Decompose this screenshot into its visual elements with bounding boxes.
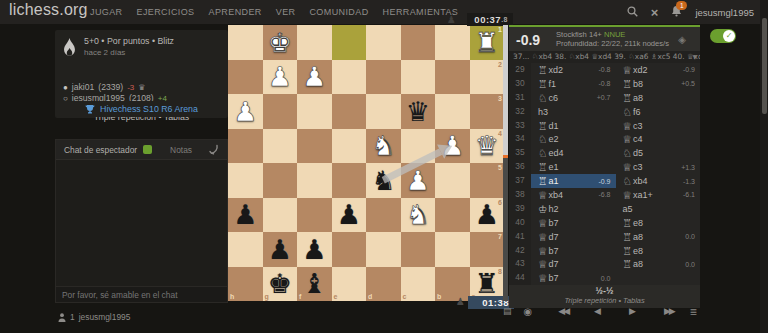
- square-e2[interactable]: [332, 60, 367, 95]
- bottom-clock-piece-icon: ♟: [456, 297, 465, 307]
- move-37-white[interactable]: ♖a1-0.9: [531, 174, 616, 188]
- piece-glyph: ♖: [623, 92, 632, 104]
- square-e7[interactable]: [332, 232, 367, 267]
- move-row-32: 32h3♘f6: [509, 105, 700, 119]
- square-g8[interactable]: g♚: [263, 267, 298, 302]
- chat-toggle-switch[interactable]: [143, 145, 152, 154]
- square-c3[interactable]: ♛: [401, 94, 436, 129]
- analysis-panel: -0.9 Stockfish 14+ NNUE Profundidad: 22/…: [509, 25, 700, 308]
- piece-glyph: ♕: [623, 161, 632, 173]
- move-eval: +1.3: [681, 164, 695, 171]
- piece-black-pawn-h6[interactable]: ♟: [233, 201, 257, 228]
- move-number: 38: [509, 188, 531, 202]
- move-41-white[interactable]: ♕d7: [531, 230, 616, 244]
- square-f5[interactable]: [297, 163, 332, 198]
- eval-gauge: [503, 25, 508, 301]
- piece-glyph: ♖: [538, 161, 547, 173]
- move-40-white[interactable]: ♕b7: [531, 216, 616, 230]
- move-32-black[interactable]: ♘f6: [616, 105, 701, 119]
- move-empty: [616, 271, 701, 285]
- piece-glyph: ♖: [623, 78, 632, 90]
- pv-moves[interactable]: 37... ♘xb4 38. ♘xb4 ♕xd4 39. ♘xa6 ♗xc5 4…: [513, 52, 700, 61]
- move-row-30: 30♖f1-0.8♖b8+0.5: [509, 77, 700, 91]
- coord-rank-6: 6: [498, 199, 502, 206]
- piece-glyph: ♕: [538, 217, 547, 229]
- move-row-44: 44♕b70.0: [509, 271, 700, 285]
- game-meta: 5+0 • Por puntos • Blitz hace 2 días: [63, 36, 174, 58]
- square-d7[interactable]: [366, 232, 401, 267]
- piece-glyph: ♘: [623, 175, 632, 187]
- move-text: e8: [633, 246, 643, 256]
- square-c8[interactable]: c: [401, 267, 436, 302]
- result-score: ½-½: [509, 287, 700, 296]
- move-text: b7: [548, 273, 558, 283]
- move-row-35: 35♘ed4♘d5: [509, 146, 700, 160]
- square-c1[interactable]: [401, 25, 436, 60]
- gear-icon[interactable]: ◉: [524, 307, 533, 317]
- move-38-white[interactable]: ♕xb4-6.8: [531, 188, 616, 202]
- square-h6[interactable]: ♟: [228, 198, 263, 233]
- square-g4[interactable]: [263, 129, 298, 164]
- spectator-name[interactable]: jesusmgl1995: [79, 312, 131, 322]
- square-f2[interactable]: ♟: [297, 60, 332, 95]
- nav-item-ejercicios[interactable]: EJERCICIOS: [137, 7, 195, 17]
- piece-black-queen-c3[interactable]: ♛: [406, 98, 430, 125]
- coord-file-d: d: [368, 293, 372, 300]
- move-29-black[interactable]: ♕xd2-0.9: [616, 63, 701, 77]
- blitz-flame-icon: [63, 38, 76, 58]
- move-text: d1: [548, 121, 558, 131]
- square-c2[interactable]: [401, 60, 436, 95]
- eval-gauge-midpoint: [503, 155, 508, 158]
- piece-white-pawn-g2[interactable]: ♟: [268, 63, 292, 90]
- move-text: xd2: [548, 65, 563, 75]
- piece-black-rook-a8[interactable]: ♜: [475, 270, 499, 297]
- square-g6[interactable]: [263, 198, 298, 233]
- square-d1[interactable]: [366, 25, 401, 60]
- piece-glyph: ♖: [623, 245, 632, 257]
- move-44-white[interactable]: ♕b70.0: [531, 271, 616, 285]
- notifications-bell-icon[interactable]: 1: [671, 5, 682, 19]
- move-number: 44: [509, 271, 531, 285]
- person-icon: [58, 313, 66, 322]
- spectator-list: 1 jesusmgl1995: [58, 312, 130, 322]
- page-scrollbar-thumb[interactable]: [762, 18, 767, 114]
- move-eval: -6.8: [598, 191, 610, 198]
- move-34-black[interactable]: ♕c4: [616, 132, 701, 146]
- move-text: a8: [633, 93, 643, 103]
- prev-move-icon[interactable]: ◀: [594, 307, 601, 316]
- piece-glyph: ♕: [623, 133, 632, 145]
- piece-glyph: ♔: [538, 203, 547, 215]
- coord-file-e: e: [334, 293, 338, 300]
- square-b1[interactable]: [435, 25, 470, 60]
- engine-header: -0.9 Stockfish 14+ NNUE Profundidad: 22/…: [509, 25, 700, 51]
- piece-white-pawn-f2[interactable]: ♟: [302, 63, 326, 90]
- move-text: c3: [633, 162, 643, 172]
- move-35-black[interactable]: ♘d5: [616, 146, 701, 160]
- piece-white-pawn-b4[interactable]: ♟: [440, 132, 464, 159]
- move-eval: +0.7: [597, 94, 611, 101]
- square-f1[interactable]: [297, 25, 332, 60]
- move-31-white[interactable]: ♘c6+0.7: [531, 91, 616, 105]
- coord-rank-8: 8: [498, 268, 502, 275]
- piece-black-king-g8[interactable]: ♚: [268, 270, 292, 297]
- player-white-rating: (2339): [98, 82, 123, 92]
- move-37-black[interactable]: ♘xb4-1.3: [616, 174, 701, 188]
- piece-white-knight-c6[interactable]: ♞: [406, 201, 430, 228]
- white-disc-icon: ●: [63, 83, 68, 92]
- piece-black-bishop-f8[interactable]: ♝: [302, 270, 326, 297]
- coord-rank-4: 4: [498, 130, 502, 137]
- tab-notes[interactable]: Notas: [170, 145, 192, 155]
- piece-glyph: ♕: [623, 189, 632, 201]
- square-e1[interactable]: [332, 25, 367, 60]
- move-29-white[interactable]: ♖xd2-0.8: [531, 63, 616, 77]
- nav-item-jugar[interactable]: JUGAR: [90, 7, 123, 17]
- engine-depth: Profundidad: 22/22, 211k nodes/s: [556, 39, 669, 48]
- move-row-29: 29♖xd2-0.8♕xd2-0.9: [509, 63, 700, 77]
- move-text: b7: [548, 246, 558, 256]
- move-39-black[interactable]: a5: [616, 202, 701, 216]
- nav-item-comunidad[interactable]: COMUNIDAD: [309, 7, 368, 17]
- nav-item-ver[interactable]: VER: [276, 7, 296, 17]
- move-43-black[interactable]: ♖a80.0: [616, 257, 701, 271]
- move-38-black[interactable]: ♕xa1+-6.1: [616, 188, 701, 202]
- move-eval: 0.0: [685, 261, 695, 268]
- move-eval: -6.1: [683, 191, 695, 198]
- chess-board: ♚1♜♟♟2♟♛3♞♟4♛♞♟5♟♟♞6♟♟♟7hg♚f♝edcba8♜: [228, 25, 504, 301]
- piece-black-knight-d5[interactable]: ♞: [371, 167, 395, 194]
- move-text: b7: [548, 218, 558, 228]
- square-b5[interactable]: [435, 163, 470, 198]
- tournament-link[interactable]: Hivechess S10 R6 Arena: [55, 101, 228, 117]
- move-43-white[interactable]: ♕d7: [531, 257, 616, 271]
- engine-eval: -0.9: [516, 32, 540, 48]
- piece-white-rook-a1[interactable]: ♜: [475, 29, 499, 56]
- square-e6[interactable]: ♟: [332, 198, 367, 233]
- page-scrollbar-track: [760, 0, 768, 333]
- coord-rank-7: 7: [498, 233, 502, 240]
- square-g2[interactable]: ♟: [263, 60, 298, 95]
- move-text: d7: [548, 259, 558, 269]
- move-33-white[interactable]: ♖d1: [531, 119, 616, 133]
- move-row-43: 43♕d7♖a80.0: [509, 257, 700, 271]
- engine-settings-icon[interactable]: ◈: [678, 34, 686, 45]
- square-e3[interactable]: [332, 94, 367, 129]
- move-text: c6: [548, 93, 558, 103]
- pv-expand-icon[interactable]: ▼: [692, 51, 697, 63]
- spectator-count: 1: [70, 312, 75, 322]
- move-eval: +0.5: [681, 80, 695, 87]
- square-c7[interactable]: [401, 232, 436, 267]
- chat-sound-icon[interactable]: [208, 144, 219, 157]
- move-text: ed4: [548, 148, 563, 158]
- engine-name: Stockfish 14+: [556, 30, 604, 39]
- game-controls-bar: ▤◉◀◀◀▶▶▶≡: [503, 303, 700, 320]
- engine-toggle[interactable]: ✓: [710, 29, 736, 43]
- move-text: xd2: [633, 65, 648, 75]
- move-31-black[interactable]: ♖a8: [616, 91, 701, 105]
- move-text: xa1+: [633, 190, 653, 200]
- coord-rank-5: 5: [498, 164, 502, 171]
- player-white-rating-delta: -3: [127, 83, 134, 92]
- square-f7[interactable]: ♟: [297, 232, 332, 267]
- square-e4[interactable]: [332, 129, 367, 164]
- move-number: 30: [509, 77, 531, 91]
- piece-white-king-g1[interactable]: ♚: [268, 29, 292, 56]
- move-eval: 0.0: [601, 275, 611, 282]
- move-text: h2: [548, 204, 558, 214]
- move-eval: 0.0: [685, 233, 695, 240]
- trophy-crown-icon: ♛: [138, 83, 145, 92]
- piece-glyph: ♘: [538, 92, 547, 104]
- move-row-40: 40♕b7♖e8: [509, 216, 700, 230]
- engine-pv-line[interactable]: 37... ♘xb4 38. ♘xb4 ♕xd4 39. ♘xa6 ♗xc5 4…: [509, 51, 700, 63]
- square-d6[interactable]: [366, 198, 401, 233]
- top-nav-bar: lichess.org JUGAREJERCICIOSAPRENDERVERCO…: [0, 0, 768, 24]
- piece-glyph: ♘: [623, 106, 632, 118]
- piece-glyph: ♖: [623, 217, 632, 229]
- square-h8[interactable]: h: [228, 267, 263, 302]
- piece-white-queen-a4[interactable]: ♛: [475, 132, 499, 159]
- chat-input[interactable]: [56, 286, 227, 302]
- time-control: 5+0 • Por puntos • Blitz: [84, 36, 174, 46]
- move-34-white[interactable]: ♘e2: [531, 132, 616, 146]
- move-number: 29: [509, 63, 531, 77]
- menu-icon[interactable]: ≡: [690, 306, 697, 318]
- move-36-black[interactable]: ♕c3+1.3: [616, 160, 701, 174]
- engine-toggle-knob: ✓: [723, 30, 735, 42]
- piece-black-pawn-a6[interactable]: ♟: [475, 201, 499, 228]
- white-clock-time: 00:37: [474, 14, 501, 25]
- square-a5[interactable]: 5: [470, 163, 505, 198]
- chess-board-wrap: ♚1♜♟♟2♟♛3♞♟4♛♞♟5♟♟♞6♟♟♟7hg♚f♝edcba8♜: [228, 25, 504, 301]
- engine-nnue-label: NNUE: [604, 30, 626, 39]
- move-row-38: 38♕xb4-6.8♕xa1+-6.1: [509, 188, 700, 202]
- square-f4[interactable]: [297, 129, 332, 164]
- coord-file-h: h: [230, 293, 234, 300]
- piece-glyph: ♖: [538, 64, 547, 76]
- move-text: a5: [623, 204, 633, 214]
- square-a3[interactable]: 3: [470, 94, 505, 129]
- square-d8[interactable]: d: [366, 267, 401, 302]
- square-b4[interactable]: ♟: [435, 129, 470, 164]
- piece-glyph: ♖: [623, 258, 632, 270]
- square-d3[interactable]: [366, 94, 401, 129]
- move-row-39: 39♔h2a5: [509, 202, 700, 216]
- piece-white-pawn-c5[interactable]: ♟: [406, 167, 430, 194]
- move-text: d5: [633, 148, 643, 158]
- move-text: a8: [633, 259, 643, 269]
- square-h3[interactable]: ♟: [228, 94, 263, 129]
- move-42-black[interactable]: ♖e8: [616, 244, 701, 258]
- main-nav: JUGAREJERCICIOSAPRENDERVERCOMUNIDADHERRA…: [90, 0, 458, 24]
- move-number: 35: [509, 146, 531, 160]
- square-g1[interactable]: ♚: [263, 25, 298, 60]
- piece-glyph: ♘: [538, 133, 547, 145]
- square-d4[interactable]: ♞: [366, 129, 401, 164]
- coord-rank-1: 1: [498, 26, 502, 33]
- square-a6[interactable]: 6♟: [470, 198, 505, 233]
- analysis-book-icon[interactable]: ▤: [503, 307, 512, 316]
- square-b6[interactable]: [435, 198, 470, 233]
- engine-info: Stockfish 14+ NNUE Profundidad: 22/22, 2…: [556, 30, 669, 49]
- piece-black-pawn-e6[interactable]: ♟: [337, 201, 361, 228]
- move-text: c3: [633, 121, 643, 131]
- white-clock-tenths: .8: [501, 16, 508, 23]
- move-39-white[interactable]: ♔h2: [531, 202, 616, 216]
- piece-black-pawn-f7[interactable]: ♟: [302, 236, 326, 263]
- search-icon[interactable]: [627, 6, 638, 19]
- move-number: 43: [509, 257, 531, 271]
- challenges-icon[interactable]: ×: [651, 6, 659, 19]
- piece-glyph: ♖: [538, 78, 547, 90]
- square-e8[interactable]: e: [332, 267, 367, 302]
- move-33-black[interactable]: ♕c3: [616, 119, 701, 133]
- move-text: e8: [633, 218, 643, 228]
- piece-glyph: ♖: [538, 175, 547, 187]
- piece-glyph: ♕: [623, 64, 632, 76]
- move-number: 42: [509, 244, 531, 258]
- piece-glyph: ♕: [538, 245, 547, 257]
- move-row-33: 33♖d1♕c3: [509, 119, 700, 133]
- coord-file-b: b: [437, 293, 441, 300]
- move-eval: -0.9: [598, 178, 610, 185]
- user-menu[interactable]: jesusmgl1995: [695, 7, 754, 18]
- move-row-37: 37♖a1-0.9♘xb4-1.3: [509, 174, 700, 188]
- coord-file-c: c: [403, 293, 407, 300]
- header-right: × 1 jesusmgl1995: [627, 0, 754, 24]
- move-text: e2: [548, 134, 558, 144]
- move-row-42: 42♕b7♖e8: [509, 244, 700, 258]
- move-row-31: 31♘c6+0.7♖a8: [509, 91, 700, 105]
- square-c6[interactable]: ♞: [401, 198, 436, 233]
- move-eval: -0.8: [598, 80, 610, 87]
- move-eval: -0.9: [683, 66, 695, 73]
- lichess-app: lichess.org JUGAREJERCICIOSAPRENDERVERCO…: [0, 0, 768, 333]
- square-a2[interactable]: 2: [470, 60, 505, 95]
- move-text: xb4: [633, 176, 648, 186]
- notification-badge: 1: [676, 1, 687, 10]
- piece-white-knight-d4[interactable]: ♞: [371, 132, 395, 159]
- move-41-black[interactable]: ♖a80.0: [616, 230, 701, 244]
- move-text: a1: [548, 176, 558, 186]
- coord-file-f: f: [299, 293, 301, 300]
- move-30-white[interactable]: ♖f1-0.8: [531, 77, 616, 91]
- move-text: f1: [548, 79, 556, 89]
- move-row-41: 41♕d7♖a80.0: [509, 230, 700, 244]
- move-36-white[interactable]: ♖e1: [531, 160, 616, 174]
- next-move-icon[interactable]: ▶: [629, 307, 636, 316]
- piece-glyph: ♘: [623, 147, 632, 159]
- square-c4[interactable]: [401, 129, 436, 164]
- piece-black-pawn-g7[interactable]: ♟: [268, 236, 292, 263]
- move-text: f6: [633, 107, 641, 117]
- tournament-name: Hivechess S10 R6 Arena: [100, 104, 198, 114]
- move-number: 31: [509, 91, 531, 105]
- square-h4[interactable]: [228, 129, 263, 164]
- square-f6[interactable]: [297, 198, 332, 233]
- move-eval: -0.8: [598, 66, 610, 73]
- piece-glyph: ♖: [538, 120, 547, 132]
- tab-spectator-chat[interactable]: Chat de espectador: [64, 145, 137, 155]
- move-number: 41: [509, 230, 531, 244]
- square-d5[interactable]: ♞: [366, 163, 401, 198]
- square-d2[interactable]: [366, 60, 401, 95]
- first-move-icon[interactable]: ◀◀: [558, 307, 568, 316]
- square-h1[interactable]: [228, 25, 263, 60]
- piece-glyph: ♕: [538, 231, 547, 243]
- square-f3[interactable]: [297, 94, 332, 129]
- coord-rank-2: 2: [498, 61, 502, 68]
- player-white-row[interactable]: ● jaki01 (2339) -3 ♛: [63, 82, 145, 92]
- eval-gauge-white: [503, 25, 508, 155]
- square-g7[interactable]: ♟: [263, 232, 298, 267]
- piece-glyph: ♕: [538, 272, 547, 284]
- piece-white-pawn-h3[interactable]: ♟: [233, 98, 257, 125]
- move-42-white[interactable]: ♕b7: [531, 244, 616, 258]
- move-number: 37: [509, 174, 531, 188]
- square-a1[interactable]: 1♜: [470, 25, 505, 60]
- coord-rank-3: 3: [498, 95, 502, 102]
- piece-glyph: ♖: [623, 231, 632, 243]
- move-text: xb4: [548, 190, 563, 200]
- coord-file-g: g: [265, 293, 269, 300]
- square-b7[interactable]: [435, 232, 470, 267]
- chat-tabs: Chat de espectador Notas: [56, 140, 227, 160]
- move-text: c4: [633, 134, 643, 144]
- move-number: 40: [509, 216, 531, 230]
- square-c5[interactable]: ♟: [401, 163, 436, 198]
- piece-glyph: ♕: [538, 258, 547, 270]
- square-g3[interactable]: [263, 94, 298, 129]
- move-35-white[interactable]: ♘ed4: [531, 146, 616, 160]
- square-b2[interactable]: [435, 60, 470, 95]
- last-move-icon[interactable]: ▶▶: [664, 307, 674, 316]
- move-40-black[interactable]: ♖e8: [616, 216, 701, 230]
- square-g5[interactable]: [263, 163, 298, 198]
- move-text: a8: [633, 232, 643, 242]
- move-32-white[interactable]: h3: [531, 105, 616, 119]
- move-text: h3: [538, 107, 548, 117]
- move-number: 32: [509, 105, 531, 119]
- square-b3[interactable]: [435, 94, 470, 129]
- game-date: hace 2 días: [84, 48, 174, 57]
- square-h5[interactable]: [228, 163, 263, 198]
- move-text: e1: [548, 162, 558, 172]
- square-h7[interactable]: [228, 232, 263, 267]
- nav-item-aprender[interactable]: APRENDER: [209, 7, 262, 17]
- piece-glyph: ♕: [623, 120, 632, 132]
- square-a7[interactable]: 7: [470, 232, 505, 267]
- square-h2[interactable]: [228, 60, 263, 95]
- square-f8[interactable]: f♝: [297, 267, 332, 302]
- piece-glyph: ♕: [538, 189, 547, 201]
- square-e5[interactable]: [332, 163, 367, 198]
- move-30-black[interactable]: ♖b8+0.5: [616, 77, 701, 91]
- player-white-name: jaki01: [72, 82, 94, 92]
- move-list: 29♖xd2-0.8♕xd2-0.930♖f1-0.8♖b8+0.531♘c6+…: [509, 63, 700, 285]
- chat-messages: [56, 160, 227, 287]
- chat-panel: Chat de espectador Notas: [55, 139, 228, 303]
- top-clock-piece-icon: ♟: [447, 15, 456, 25]
- lichess-logo[interactable]: lichess.org: [9, 1, 88, 19]
- move-number: 34: [509, 132, 531, 146]
- piece-glyph: ♘: [538, 147, 547, 159]
- move-row-34: 34♘e2♕c4: [509, 132, 700, 146]
- square-a4[interactable]: 4♛: [470, 129, 505, 164]
